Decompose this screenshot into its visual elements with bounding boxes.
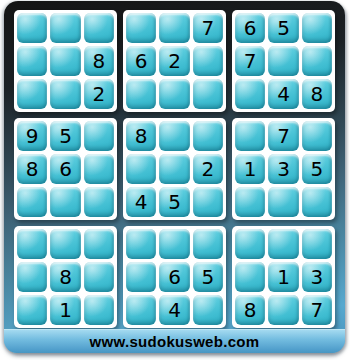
cell-r6c4[interactable]: 4 (126, 187, 156, 217)
cell-r4c9[interactable] (302, 121, 332, 151)
cell-r8c7[interactable] (235, 262, 265, 292)
cell-r8c2[interactable]: 8 (50, 262, 80, 292)
cell-r3c7[interactable] (235, 79, 265, 109)
cell-r9c7[interactable]: 8 (235, 295, 265, 325)
cell-r8c8[interactable]: 1 (268, 262, 298, 292)
cell-r4c6[interactable] (193, 121, 223, 151)
cell-r2c6[interactable] (193, 46, 223, 76)
sudoku-page: 8276265748958682457135816541387 www.sudo… (0, 0, 350, 360)
cell-r2c4[interactable]: 6 (126, 46, 156, 76)
cell-r5c7[interactable]: 1 (235, 154, 265, 184)
cell-r7c6[interactable] (193, 229, 223, 259)
cell-r9c3[interactable] (84, 295, 114, 325)
cell-r6c8[interactable] (268, 187, 298, 217)
cell-r2c9[interactable] (302, 46, 332, 76)
cell-r8c1[interactable] (17, 262, 47, 292)
cell-r3c6[interactable] (193, 79, 223, 109)
cell-r4c7[interactable] (235, 121, 265, 151)
cell-r3c5[interactable] (159, 79, 189, 109)
cell-r9c8[interactable] (268, 295, 298, 325)
cell-r8c9[interactable]: 3 (302, 262, 332, 292)
sudoku-board-plaque: 8276265748958682457135816541387 www.sudo… (4, 1, 345, 353)
cell-r6c7[interactable] (235, 187, 265, 217)
cell-r1c8[interactable]: 5 (268, 13, 298, 43)
cell-r5c5[interactable] (159, 154, 189, 184)
cell-r3c4[interactable] (126, 79, 156, 109)
cell-r2c7[interactable]: 7 (235, 46, 265, 76)
sudoku-grid: 8276265748958682457135816541387 (14, 10, 335, 328)
cell-r6c6[interactable] (193, 187, 223, 217)
cell-r5c8[interactable]: 3 (268, 154, 298, 184)
cell-r8c4[interactable] (126, 262, 156, 292)
cell-r9c1[interactable] (17, 295, 47, 325)
cell-r9c6[interactable] (193, 295, 223, 325)
cell-r8c6[interactable]: 5 (193, 262, 223, 292)
cell-r1c9[interactable] (302, 13, 332, 43)
cell-r2c2[interactable] (50, 46, 80, 76)
cell-r6c5[interactable]: 5 (159, 187, 189, 217)
cell-r2c8[interactable] (268, 46, 298, 76)
cell-r7c8[interactable] (268, 229, 298, 259)
cell-r1c5[interactable] (159, 13, 189, 43)
cell-r6c2[interactable] (50, 187, 80, 217)
cell-r5c9[interactable]: 5 (302, 154, 332, 184)
cell-r5c2[interactable]: 6 (50, 154, 80, 184)
cell-r3c2[interactable] (50, 79, 80, 109)
cell-r5c1[interactable]: 8 (17, 154, 47, 184)
cell-r1c4[interactable] (126, 13, 156, 43)
cell-r4c3[interactable] (84, 121, 114, 151)
cell-r2c1[interactable] (17, 46, 47, 76)
cell-r4c2[interactable]: 5 (50, 121, 80, 151)
box-3: 65748 (232, 10, 335, 112)
cell-r3c1[interactable] (17, 79, 47, 109)
cell-r9c4[interactable] (126, 295, 156, 325)
cell-r5c4[interactable] (126, 154, 156, 184)
cell-r7c5[interactable] (159, 229, 189, 259)
cell-r4c5[interactable] (159, 121, 189, 151)
cell-r6c9[interactable] (302, 187, 332, 217)
cell-r3c3[interactable]: 2 (84, 79, 114, 109)
cell-r5c3[interactable] (84, 154, 114, 184)
cell-r2c5[interactable]: 2 (159, 46, 189, 76)
cell-r1c7[interactable]: 6 (235, 13, 265, 43)
cell-r4c4[interactable]: 8 (126, 121, 156, 151)
cell-r7c3[interactable] (84, 229, 114, 259)
cell-r7c7[interactable] (235, 229, 265, 259)
box-8: 654 (123, 226, 226, 328)
cell-r1c2[interactable] (50, 13, 80, 43)
box-5: 8245 (123, 118, 226, 220)
cell-r1c6[interactable]: 7 (193, 13, 223, 43)
cell-r4c8[interactable]: 7 (268, 121, 298, 151)
cell-r9c2[interactable]: 1 (50, 295, 80, 325)
cell-r7c9[interactable] (302, 229, 332, 259)
cell-r4c1[interactable]: 9 (17, 121, 47, 151)
cell-r2c3[interactable]: 8 (84, 46, 114, 76)
box-2: 762 (123, 10, 226, 112)
cell-r3c9[interactable]: 8 (302, 79, 332, 109)
footer-band: www.sudokusweb.com (4, 329, 345, 353)
cell-r9c9[interactable]: 7 (302, 295, 332, 325)
cell-r1c1[interactable] (17, 13, 47, 43)
cell-r9c5[interactable]: 4 (159, 295, 189, 325)
cell-r7c1[interactable] (17, 229, 47, 259)
cell-r5c6[interactable]: 2 (193, 154, 223, 184)
cell-r3c8[interactable]: 4 (268, 79, 298, 109)
box-6: 7135 (232, 118, 335, 220)
cell-r6c1[interactable] (17, 187, 47, 217)
box-4: 9586 (14, 118, 117, 220)
box-9: 1387 (232, 226, 335, 328)
box-7: 81 (14, 226, 117, 328)
website-link[interactable]: www.sudokusweb.com (90, 333, 260, 350)
cell-r8c3[interactable] (84, 262, 114, 292)
box-1: 82 (14, 10, 117, 112)
cell-r1c3[interactable] (84, 13, 114, 43)
cell-r7c4[interactable] (126, 229, 156, 259)
cell-r8c5[interactable]: 6 (159, 262, 189, 292)
cell-r6c3[interactable] (84, 187, 114, 217)
cell-r7c2[interactable] (50, 229, 80, 259)
